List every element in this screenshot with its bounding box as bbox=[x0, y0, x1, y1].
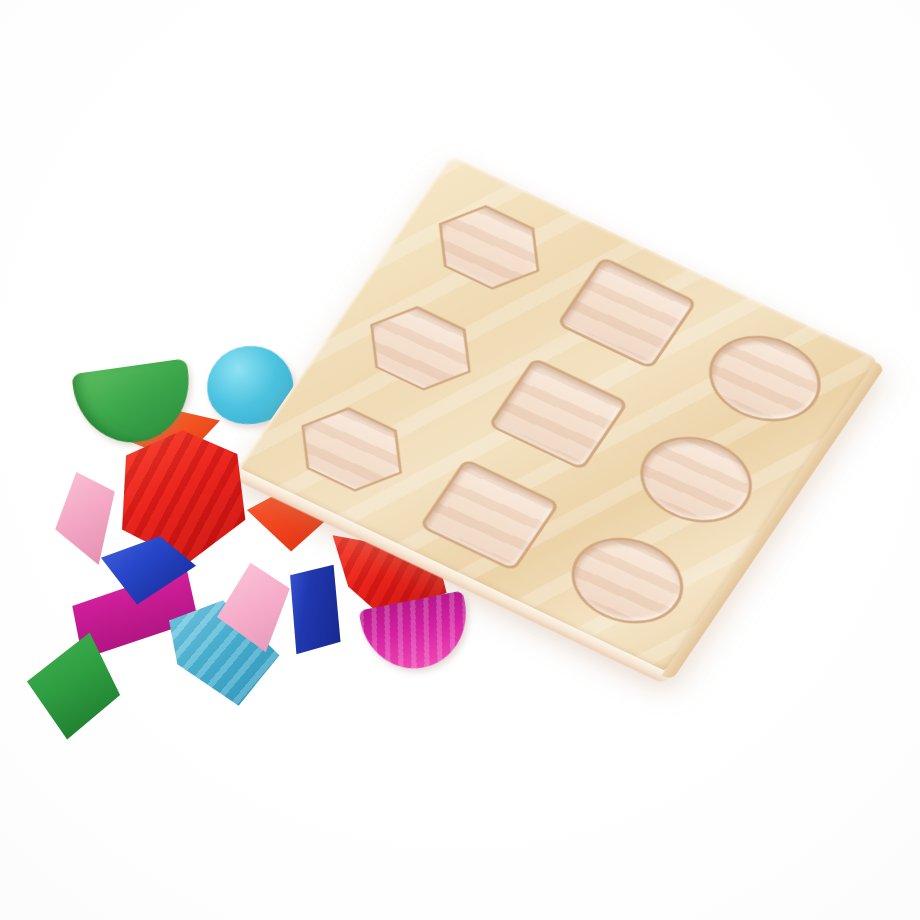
piece-magenta-semicircle[interactable] bbox=[358, 591, 475, 678]
piece-darkblue-rectangle[interactable] bbox=[286, 562, 344, 657]
puzzle-scene bbox=[0, 0, 920, 920]
piece-red-hexagon[interactable] bbox=[114, 426, 248, 566]
pieces-front-layer bbox=[0, 0, 920, 920]
piece-pink-parallelogram[interactable] bbox=[54, 466, 116, 568]
